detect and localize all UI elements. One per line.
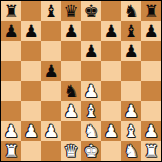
square-h7[interactable]: ♟ <box>141 21 161 41</box>
white-pawn-piece[interactable]: ♟ <box>83 81 98 101</box>
square-c8[interactable]: ♝ <box>41 1 61 21</box>
white-pawn-piece[interactable]: ♟ <box>123 101 138 121</box>
white-rook-piece[interactable]: ♜ <box>3 141 18 161</box>
square-f7[interactable]: ♟ <box>101 21 121 41</box>
square-g5[interactable] <box>121 61 141 81</box>
square-h8[interactable]: ♜ <box>141 1 161 21</box>
square-d5[interactable] <box>61 61 81 81</box>
black-pawn-piece[interactable]: ♟ <box>63 21 78 41</box>
square-h6[interactable] <box>141 41 161 61</box>
square-d2[interactable] <box>61 121 81 141</box>
white-bishop-piece[interactable]: ♝ <box>123 121 138 141</box>
black-pawn-piece[interactable]: ♟ <box>3 21 18 41</box>
square-d4[interactable]: ♞ <box>61 81 81 101</box>
black-pawn-piece[interactable]: ♟ <box>123 41 138 61</box>
white-pawn-piece[interactable]: ♟ <box>3 121 18 141</box>
square-b6[interactable] <box>21 41 41 61</box>
square-a4[interactable] <box>1 81 21 101</box>
square-a6[interactable] <box>1 41 21 61</box>
square-e5[interactable] <box>81 61 101 81</box>
black-bishop-piece[interactable]: ♝ <box>43 1 58 21</box>
square-c5[interactable]: ♟ <box>41 61 61 81</box>
black-pawn-piece[interactable]: ♟ <box>143 21 158 41</box>
square-e8[interactable]: ♚ <box>81 1 101 21</box>
white-rook-piece[interactable]: ♜ <box>143 141 158 161</box>
black-knight-piece[interactable]: ♞ <box>63 81 78 101</box>
black-king-piece[interactable]: ♚ <box>83 1 98 21</box>
square-a1[interactable]: ♜ <box>1 141 21 161</box>
square-g8[interactable]: ♞ <box>121 1 141 21</box>
square-b4[interactable] <box>21 81 41 101</box>
square-b5[interactable] <box>21 61 41 81</box>
black-pawn-piece[interactable]: ♟ <box>23 21 38 41</box>
black-rook-piece[interactable]: ♜ <box>143 1 158 21</box>
square-h1[interactable]: ♜ <box>141 141 161 161</box>
square-b7[interactable]: ♟ <box>21 21 41 41</box>
black-knight-piece[interactable]: ♞ <box>123 1 138 21</box>
square-f3[interactable] <box>101 101 121 121</box>
square-b2[interactable]: ♟ <box>21 121 41 141</box>
square-d6[interactable] <box>61 41 81 61</box>
white-knight-piece[interactable]: ♞ <box>83 121 98 141</box>
square-a2[interactable]: ♟ <box>1 121 21 141</box>
white-pawn-piece[interactable]: ♟ <box>103 121 118 141</box>
square-e7[interactable] <box>81 21 101 41</box>
square-f4[interactable] <box>101 81 121 101</box>
white-pawn-piece[interactable]: ♟ <box>23 121 38 141</box>
square-g4[interactable] <box>121 81 141 101</box>
square-c7[interactable] <box>41 21 61 41</box>
square-c4[interactable] <box>41 81 61 101</box>
square-c2[interactable]: ♟ <box>41 121 61 141</box>
black-rook-piece[interactable]: ♜ <box>3 1 18 21</box>
white-king-piece[interactable]: ♚ <box>83 141 98 161</box>
white-bishop-piece[interactable]: ♝ <box>83 101 98 121</box>
square-g6[interactable]: ♟ <box>121 41 141 61</box>
square-b3[interactable] <box>21 101 41 121</box>
square-c1[interactable] <box>41 141 61 161</box>
square-h4[interactable] <box>141 81 161 101</box>
square-f1[interactable] <box>101 141 121 161</box>
square-c6[interactable] <box>41 41 61 61</box>
square-g3[interactable]: ♟ <box>121 101 141 121</box>
white-pawn-piece[interactable]: ♟ <box>63 101 78 121</box>
square-f5[interactable] <box>101 61 121 81</box>
square-h5[interactable] <box>141 61 161 81</box>
square-b8[interactable] <box>21 1 41 21</box>
square-d1[interactable]: ♛ <box>61 141 81 161</box>
white-knight-piece[interactable]: ♞ <box>123 141 138 161</box>
square-a3[interactable] <box>1 101 21 121</box>
square-d8[interactable]: ♛ <box>61 1 81 21</box>
square-h2[interactable]: ♟ <box>141 121 161 141</box>
black-queen-piece[interactable]: ♛ <box>63 1 78 21</box>
square-g1[interactable]: ♞ <box>121 141 141 161</box>
square-b1[interactable] <box>21 141 41 161</box>
white-pawn-piece[interactable]: ♟ <box>143 121 158 141</box>
square-c3[interactable] <box>41 101 61 121</box>
black-pawn-piece[interactable]: ♟ <box>43 61 58 81</box>
square-f8[interactable] <box>101 1 121 21</box>
square-e2[interactable]: ♞ <box>81 121 101 141</box>
square-f2[interactable]: ♟ <box>101 121 121 141</box>
square-e4[interactable]: ♟ <box>81 81 101 101</box>
white-pawn-piece[interactable]: ♟ <box>43 121 58 141</box>
square-e1[interactable]: ♚ <box>81 141 101 161</box>
chess-board: ♜♝♛♚♞♜♟♟♟♟♝♟♟♟♟♞♟♟♝♟♟♟♟♞♟♝♟♜♛♚♞♜ <box>0 0 162 162</box>
square-e6[interactable]: ♟ <box>81 41 101 61</box>
square-a7[interactable]: ♟ <box>1 21 21 41</box>
square-a8[interactable]: ♜ <box>1 1 21 21</box>
square-h3[interactable] <box>141 101 161 121</box>
black-bishop-piece[interactable]: ♝ <box>123 21 138 41</box>
black-pawn-piece[interactable]: ♟ <box>103 21 118 41</box>
square-e3[interactable]: ♝ <box>81 101 101 121</box>
square-d3[interactable]: ♟ <box>61 101 81 121</box>
square-g2[interactable]: ♝ <box>121 121 141 141</box>
square-f6[interactable] <box>101 41 121 61</box>
white-queen-piece[interactable]: ♛ <box>63 141 78 161</box>
square-a5[interactable] <box>1 61 21 81</box>
black-pawn-piece[interactable]: ♟ <box>83 41 98 61</box>
square-d7[interactable]: ♟ <box>61 21 81 41</box>
square-g7[interactable]: ♝ <box>121 21 141 41</box>
